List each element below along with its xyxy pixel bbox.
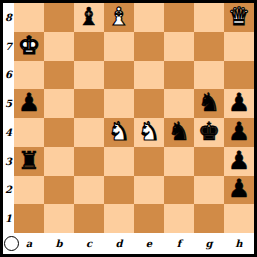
- square-h5[interactable]: ♟: [224, 89, 254, 118]
- square-g3[interactable]: [194, 147, 224, 176]
- square-f5[interactable]: [164, 89, 194, 118]
- square-e3[interactable]: [134, 147, 164, 176]
- square-h6[interactable]: [224, 61, 254, 90]
- black-pawn-h2[interactable]: ♟: [228, 176, 250, 201]
- black-king-g4[interactable]: ♚: [198, 119, 220, 144]
- square-c3[interactable]: [74, 147, 104, 176]
- black-knight-g5[interactable]: ♞: [198, 90, 220, 115]
- square-e6[interactable]: [134, 61, 164, 90]
- white-bishop-d8[interactable]: ♝: [108, 4, 130, 29]
- square-h1[interactable]: [224, 204, 254, 233]
- square-a2[interactable]: [14, 176, 44, 205]
- black-knight-f4[interactable]: ♞: [168, 119, 190, 144]
- black-pawn-h3[interactable]: ♟: [228, 148, 250, 173]
- rank-label-2: 2: [3, 176, 14, 205]
- rank-label-3: 3: [3, 147, 14, 176]
- square-d5[interactable]: [104, 89, 134, 118]
- square-a4[interactable]: [14, 118, 44, 147]
- black-rook-a3[interactable]: ♜: [18, 148, 40, 173]
- white-knight-e4[interactable]: ♞: [138, 119, 160, 144]
- file-label-h: h: [224, 233, 254, 254]
- square-b6[interactable]: [44, 61, 74, 90]
- rank-label-5: 5: [3, 89, 14, 118]
- square-c8[interactable]: ♝: [74, 3, 104, 32]
- square-d1[interactable]: [104, 204, 134, 233]
- square-e7[interactable]: [134, 32, 164, 61]
- square-b2[interactable]: [44, 176, 74, 205]
- square-c5[interactable]: [74, 89, 104, 118]
- black-pawn-h5[interactable]: ♟: [228, 90, 250, 115]
- file-label-b: b: [44, 233, 74, 254]
- square-f8[interactable]: [164, 3, 194, 32]
- chess-diagram: 87654321 ♝♝♛♚♟♞♟♞♞♞♚♟♜♟♟ abcdefgh: [0, 0, 257, 257]
- square-a7[interactable]: ♚: [14, 32, 44, 61]
- square-d2[interactable]: [104, 176, 134, 205]
- file-label-c: c: [74, 233, 104, 254]
- square-h8[interactable]: ♛: [224, 3, 254, 32]
- file-label-e: e: [134, 233, 164, 254]
- square-h4[interactable]: ♟: [224, 118, 254, 147]
- square-d8[interactable]: ♝: [104, 3, 134, 32]
- square-c4[interactable]: [74, 118, 104, 147]
- file-labels: abcdefgh: [14, 233, 254, 254]
- file-label-f: f: [164, 233, 194, 254]
- file-label-g: g: [194, 233, 224, 254]
- square-b5[interactable]: [44, 89, 74, 118]
- white-knight-d4[interactable]: ♞: [108, 119, 130, 144]
- square-c6[interactable]: [74, 61, 104, 90]
- square-d7[interactable]: [104, 32, 134, 61]
- square-c1[interactable]: [74, 204, 104, 233]
- black-pawn-a5[interactable]: ♟: [18, 90, 40, 115]
- square-e2[interactable]: [134, 176, 164, 205]
- square-d4[interactable]: ♞: [104, 118, 134, 147]
- square-g7[interactable]: [194, 32, 224, 61]
- square-f3[interactable]: [164, 147, 194, 176]
- square-a3[interactable]: ♜: [14, 147, 44, 176]
- square-f1[interactable]: [164, 204, 194, 233]
- square-a8[interactable]: [14, 3, 44, 32]
- square-a1[interactable]: [14, 204, 44, 233]
- board[interactable]: ♝♝♛♚♟♞♟♞♞♞♚♟♜♟♟: [14, 3, 254, 233]
- square-c2[interactable]: [74, 176, 104, 205]
- square-g8[interactable]: [194, 3, 224, 32]
- rank-label-6: 6: [3, 61, 14, 90]
- square-b1[interactable]: [44, 204, 74, 233]
- square-h3[interactable]: ♟: [224, 147, 254, 176]
- white-king-a7[interactable]: ♚: [18, 33, 40, 58]
- square-b4[interactable]: [44, 118, 74, 147]
- rank-label-4: 4: [3, 118, 14, 147]
- square-b7[interactable]: [44, 32, 74, 61]
- square-b3[interactable]: [44, 147, 74, 176]
- square-g6[interactable]: [194, 61, 224, 90]
- square-d6[interactable]: [104, 61, 134, 90]
- square-e4[interactable]: ♞: [134, 118, 164, 147]
- square-e1[interactable]: [134, 204, 164, 233]
- square-f7[interactable]: [164, 32, 194, 61]
- rank-label-1: 1: [3, 204, 14, 233]
- rank-label-7: 7: [3, 32, 14, 61]
- square-h7[interactable]: [224, 32, 254, 61]
- white-queen-h8[interactable]: ♛: [228, 4, 250, 29]
- square-g1[interactable]: [194, 204, 224, 233]
- square-a5[interactable]: ♟: [14, 89, 44, 118]
- square-b8[interactable]: [44, 3, 74, 32]
- black-bishop-c8[interactable]: ♝: [78, 4, 100, 29]
- square-g2[interactable]: [194, 176, 224, 205]
- square-g4[interactable]: ♚: [194, 118, 224, 147]
- square-e5[interactable]: [134, 89, 164, 118]
- white-to-move-indicator: [4, 236, 19, 251]
- square-f4[interactable]: ♞: [164, 118, 194, 147]
- file-label-d: d: [104, 233, 134, 254]
- square-g5[interactable]: ♞: [194, 89, 224, 118]
- rank-label-8: 8: [3, 3, 14, 32]
- square-e8[interactable]: [134, 3, 164, 32]
- rank-labels: 87654321: [3, 3, 14, 233]
- black-pawn-h4[interactable]: ♟: [228, 119, 250, 144]
- square-f2[interactable]: [164, 176, 194, 205]
- square-a6[interactable]: [14, 61, 44, 90]
- square-f6[interactable]: [164, 61, 194, 90]
- square-c7[interactable]: [74, 32, 104, 61]
- square-h2[interactable]: ♟: [224, 176, 254, 205]
- square-d3[interactable]: [104, 147, 134, 176]
